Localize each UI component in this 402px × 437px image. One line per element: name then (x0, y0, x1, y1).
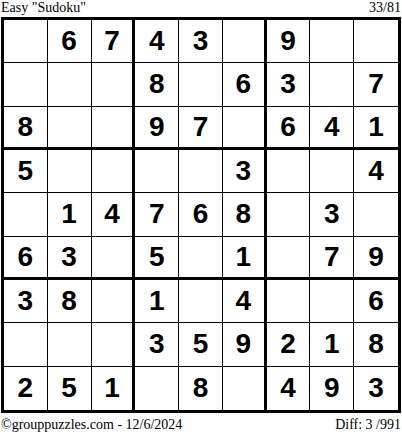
cell-r5c4[interactable]: 7 (135, 193, 179, 236)
cell-r8c4[interactable]: 3 (135, 323, 179, 366)
cell-r9c8[interactable]: 9 (310, 367, 354, 410)
cell-r7c9[interactable]: 6 (354, 280, 398, 323)
cell-r9c4[interactable] (135, 367, 179, 410)
cell-r8c1[interactable] (4, 323, 48, 366)
cell-r4c1[interactable]: 5 (4, 150, 48, 193)
difficulty-text: Diff: 3 /991 (335, 417, 401, 433)
cell-r7c5[interactable] (179, 280, 223, 323)
cell-r3c7[interactable]: 6 (267, 107, 311, 150)
cell-r8c2[interactable] (48, 323, 92, 366)
cell-r1c8[interactable] (310, 20, 354, 63)
cell-r3c5[interactable]: 7 (179, 107, 223, 150)
cell-r8c6[interactable]: 9 (223, 323, 267, 366)
cell-r9c6[interactable] (223, 367, 267, 410)
cell-r9c2[interactable]: 5 (48, 367, 92, 410)
cell-r6c6[interactable]: 1 (223, 237, 267, 280)
cell-r5c1[interactable] (4, 193, 48, 236)
cell-r2c1[interactable] (4, 63, 48, 106)
cell-r6c1[interactable]: 6 (4, 237, 48, 280)
cell-r2c6[interactable]: 6 (223, 63, 267, 106)
header: Easy "Sudoku" 33/81 (1, 0, 401, 16)
cell-r5c8[interactable]: 3 (310, 193, 354, 236)
progress-counter: 33/81 (369, 0, 401, 15)
cell-r4c9[interactable]: 4 (354, 150, 398, 193)
cell-r9c3[interactable]: 1 (92, 367, 136, 410)
cell-r2c4[interactable]: 8 (135, 63, 179, 106)
cell-r2c3[interactable] (92, 63, 136, 106)
cell-r4c5[interactable] (179, 150, 223, 193)
cell-r3c2[interactable] (48, 107, 92, 150)
cell-r5c5[interactable]: 6 (179, 193, 223, 236)
cell-r2c5[interactable] (179, 63, 223, 106)
cell-r2c7[interactable]: 3 (267, 63, 311, 106)
cell-r1c7[interactable]: 9 (267, 20, 311, 63)
cell-r4c8[interactable] (310, 150, 354, 193)
cell-r1c1[interactable] (4, 20, 48, 63)
cell-r5c2[interactable]: 1 (48, 193, 92, 236)
cell-r2c2[interactable] (48, 63, 92, 106)
cell-r9c7[interactable]: 4 (267, 367, 311, 410)
cell-r5c6[interactable]: 8 (223, 193, 267, 236)
cell-r1c4[interactable]: 4 (135, 20, 179, 63)
cell-r3c9[interactable]: 1 (354, 107, 398, 150)
copyright-text: ©grouppuzzles.com - 12/6/2024 (1, 417, 182, 433)
cell-r9c9[interactable]: 3 (354, 367, 398, 410)
cell-r6c7[interactable] (267, 237, 311, 280)
cell-r9c1[interactable]: 2 (4, 367, 48, 410)
page-title: Easy "Sudoku" (1, 0, 86, 15)
cell-r1c6[interactable] (223, 20, 267, 63)
cell-r7c7[interactable] (267, 280, 311, 323)
cell-r4c4[interactable] (135, 150, 179, 193)
cell-r6c5[interactable] (179, 237, 223, 280)
cell-r3c8[interactable]: 4 (310, 107, 354, 150)
cell-r6c8[interactable]: 7 (310, 237, 354, 280)
cell-r6c9[interactable]: 9 (354, 237, 398, 280)
cell-r6c2[interactable]: 3 (48, 237, 92, 280)
cell-r4c6[interactable]: 3 (223, 150, 267, 193)
cell-r7c8[interactable] (310, 280, 354, 323)
cell-r1c9[interactable] (354, 20, 398, 63)
cell-r4c7[interactable] (267, 150, 311, 193)
cell-r4c2[interactable] (48, 150, 92, 193)
cell-r7c3[interactable] (92, 280, 136, 323)
cell-r3c1[interactable]: 8 (4, 107, 48, 150)
cell-r4c3[interactable] (92, 150, 136, 193)
cell-r3c6[interactable] (223, 107, 267, 150)
cell-r7c6[interactable]: 4 (223, 280, 267, 323)
sudoku-page: Easy "Sudoku" 33/81 67439863789764153414… (0, 0, 402, 437)
cell-r5c9[interactable] (354, 193, 398, 236)
cell-r1c2[interactable]: 6 (48, 20, 92, 63)
cell-r2c9[interactable]: 7 (354, 63, 398, 106)
cell-r6c4[interactable]: 5 (135, 237, 179, 280)
footer: ©grouppuzzles.com - 12/6/2024 Diff: 3 /9… (1, 417, 401, 435)
cell-r7c1[interactable]: 3 (4, 280, 48, 323)
cell-r8c7[interactable]: 2 (267, 323, 311, 366)
sudoku-board: 6743986378976415341476836351793814635921… (1, 17, 401, 413)
cell-r6c3[interactable] (92, 237, 136, 280)
cell-r9c5[interactable]: 8 (179, 367, 223, 410)
cell-r7c4[interactable]: 1 (135, 280, 179, 323)
cell-r8c9[interactable]: 8 (354, 323, 398, 366)
cell-r8c3[interactable] (92, 323, 136, 366)
cell-r8c5[interactable]: 5 (179, 323, 223, 366)
cell-r8c8[interactable]: 1 (310, 323, 354, 366)
cell-r3c3[interactable] (92, 107, 136, 150)
cell-r1c3[interactable]: 7 (92, 20, 136, 63)
cell-r7c2[interactable]: 8 (48, 280, 92, 323)
cell-r1c5[interactable]: 3 (179, 20, 223, 63)
cell-r5c3[interactable]: 4 (92, 193, 136, 236)
cell-r5c7[interactable] (267, 193, 311, 236)
cell-r3c4[interactable]: 9 (135, 107, 179, 150)
cell-r2c8[interactable] (310, 63, 354, 106)
